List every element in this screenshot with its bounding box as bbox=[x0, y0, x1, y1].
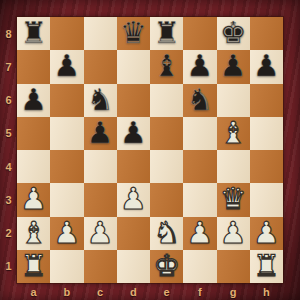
white-pawn: ♟ bbox=[53, 217, 80, 249]
file-label-e: e bbox=[150, 283, 183, 300]
black-rook: ♜ bbox=[153, 17, 180, 49]
square-g8[interactable]: ♚ bbox=[217, 17, 250, 50]
black-pawn: ♟ bbox=[53, 50, 80, 82]
white-pawn: ♟ bbox=[220, 217, 247, 249]
white-pawn: ♟ bbox=[253, 217, 280, 249]
square-g4[interactable] bbox=[217, 150, 250, 183]
rank-label-5: 5 bbox=[0, 117, 17, 150]
black-pawn: ♟ bbox=[120, 117, 147, 149]
board-frame: 87654321 ♜♛♜♚♟♝♟♟♟♟♞♞♟♟♝♟♟♛♝♟♟♞♟♟♟♜♚♜ ab… bbox=[0, 0, 300, 300]
square-b6[interactable] bbox=[50, 84, 83, 117]
square-e6[interactable] bbox=[150, 84, 183, 117]
file-label-g: g bbox=[217, 283, 250, 300]
square-g6[interactable] bbox=[217, 84, 250, 117]
black-pawn: ♟ bbox=[186, 50, 213, 82]
file-label-b: b bbox=[50, 283, 83, 300]
square-e2[interactable]: ♞ bbox=[150, 217, 183, 250]
rank-label-1: 1 bbox=[0, 250, 17, 283]
square-d5[interactable]: ♟ bbox=[117, 117, 150, 150]
square-h4[interactable] bbox=[250, 150, 283, 183]
white-bishop: ♝ bbox=[220, 117, 247, 149]
square-f5[interactable] bbox=[183, 117, 216, 150]
square-c7[interactable] bbox=[84, 50, 117, 83]
square-c4[interactable] bbox=[84, 150, 117, 183]
square-b8[interactable] bbox=[50, 17, 83, 50]
square-h8[interactable] bbox=[250, 17, 283, 50]
square-a4[interactable] bbox=[17, 150, 50, 183]
white-rook: ♜ bbox=[253, 250, 280, 282]
square-c2[interactable]: ♟ bbox=[84, 217, 117, 250]
rank-label-8: 8 bbox=[0, 17, 17, 50]
black-knight: ♞ bbox=[87, 84, 114, 116]
file-label-d: d bbox=[117, 283, 150, 300]
square-d7[interactable] bbox=[117, 50, 150, 83]
square-f6[interactable]: ♞ bbox=[183, 84, 216, 117]
square-g3[interactable]: ♛ bbox=[217, 183, 250, 216]
square-e5[interactable] bbox=[150, 117, 183, 150]
square-a2[interactable]: ♝ bbox=[17, 217, 50, 250]
square-d6[interactable] bbox=[117, 84, 150, 117]
black-pawn: ♟ bbox=[20, 84, 47, 116]
square-c5[interactable]: ♟ bbox=[84, 117, 117, 150]
square-g7[interactable]: ♟ bbox=[217, 50, 250, 83]
black-pawn: ♟ bbox=[87, 117, 114, 149]
square-f7[interactable]: ♟ bbox=[183, 50, 216, 83]
square-c6[interactable]: ♞ bbox=[84, 84, 117, 117]
square-e7[interactable]: ♝ bbox=[150, 50, 183, 83]
square-h1[interactable]: ♜ bbox=[250, 250, 283, 283]
square-h7[interactable]: ♟ bbox=[250, 50, 283, 83]
square-c3[interactable] bbox=[84, 183, 117, 216]
square-b4[interactable] bbox=[50, 150, 83, 183]
square-d8[interactable]: ♛ bbox=[117, 17, 150, 50]
black-queen: ♛ bbox=[120, 17, 147, 49]
square-e8[interactable]: ♜ bbox=[150, 17, 183, 50]
square-a6[interactable]: ♟ bbox=[17, 84, 50, 117]
square-d2[interactable] bbox=[117, 217, 150, 250]
white-knight: ♞ bbox=[153, 217, 180, 249]
rank-label-2: 2 bbox=[0, 217, 17, 250]
black-rook: ♜ bbox=[20, 17, 47, 49]
rank-label-7: 7 bbox=[0, 50, 17, 83]
white-king: ♚ bbox=[153, 250, 180, 282]
rank-labels: 87654321 bbox=[0, 17, 17, 283]
square-d3[interactable]: ♟ bbox=[117, 183, 150, 216]
rank-label-4: 4 bbox=[0, 150, 17, 183]
rank-label-3: 3 bbox=[0, 183, 17, 216]
black-bishop: ♝ bbox=[153, 50, 180, 82]
square-b2[interactable]: ♟ bbox=[50, 217, 83, 250]
square-a3[interactable]: ♟ bbox=[17, 183, 50, 216]
square-d4[interactable] bbox=[117, 150, 150, 183]
white-bishop: ♝ bbox=[20, 217, 47, 249]
white-rook: ♜ bbox=[20, 250, 47, 282]
chess-board: ♜♛♜♚♟♝♟♟♟♟♞♞♟♟♝♟♟♛♝♟♟♞♟♟♟♜♚♜ bbox=[17, 17, 283, 283]
square-g5[interactable]: ♝ bbox=[217, 117, 250, 150]
square-c8[interactable] bbox=[84, 17, 117, 50]
square-a8[interactable]: ♜ bbox=[17, 17, 50, 50]
square-g2[interactable]: ♟ bbox=[217, 217, 250, 250]
file-label-a: a bbox=[17, 283, 50, 300]
black-king: ♚ bbox=[220, 17, 247, 49]
black-knight: ♞ bbox=[186, 84, 213, 116]
square-e3[interactable] bbox=[150, 183, 183, 216]
square-c1[interactable] bbox=[84, 250, 117, 283]
square-b5[interactable] bbox=[50, 117, 83, 150]
square-b7[interactable]: ♟ bbox=[50, 50, 83, 83]
white-pawn: ♟ bbox=[186, 217, 213, 249]
square-h3[interactable] bbox=[250, 183, 283, 216]
square-f1[interactable] bbox=[183, 250, 216, 283]
square-e4[interactable] bbox=[150, 150, 183, 183]
square-a1[interactable]: ♜ bbox=[17, 250, 50, 283]
rank-label-6: 6 bbox=[0, 84, 17, 117]
square-h5[interactable] bbox=[250, 117, 283, 150]
white-pawn: ♟ bbox=[20, 183, 47, 215]
square-f3[interactable] bbox=[183, 183, 216, 216]
square-b1[interactable] bbox=[50, 250, 83, 283]
file-label-c: c bbox=[84, 283, 117, 300]
square-h6[interactable] bbox=[250, 84, 283, 117]
white-pawn: ♟ bbox=[120, 183, 147, 215]
square-a5[interactable] bbox=[17, 117, 50, 150]
square-g1[interactable] bbox=[217, 250, 250, 283]
black-pawn: ♟ bbox=[253, 50, 280, 82]
square-a7[interactable] bbox=[17, 50, 50, 83]
square-f4[interactable] bbox=[183, 150, 216, 183]
square-b3[interactable] bbox=[50, 183, 83, 216]
file-label-f: f bbox=[183, 283, 216, 300]
white-queen: ♛ bbox=[220, 183, 247, 215]
square-d1[interactable] bbox=[117, 250, 150, 283]
file-label-h: h bbox=[250, 283, 283, 300]
black-pawn: ♟ bbox=[220, 50, 247, 82]
file-labels: abcdefgh bbox=[17, 283, 283, 300]
white-pawn: ♟ bbox=[87, 217, 114, 249]
square-h2[interactable]: ♟ bbox=[250, 217, 283, 250]
square-f8[interactable] bbox=[183, 17, 216, 50]
square-f2[interactable]: ♟ bbox=[183, 217, 216, 250]
square-e1[interactable]: ♚ bbox=[150, 250, 183, 283]
